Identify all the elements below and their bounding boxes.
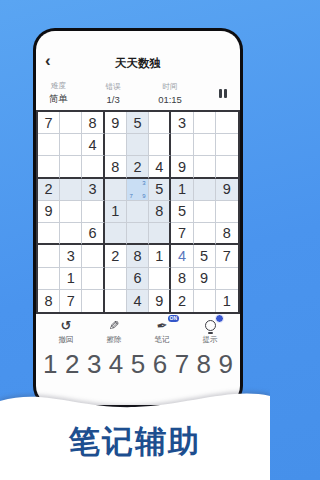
numpad-6[interactable]: 6 (153, 346, 167, 382)
cell-r3c3[interactable] (82, 156, 104, 178)
mistakes-stat: 错误 1/3 (106, 82, 121, 105)
cell-r3c7[interactable]: 9 (171, 156, 193, 178)
note-digit: 7 (128, 193, 134, 199)
cell-r4c5[interactable]: 379 (127, 179, 149, 201)
cell-r7c4[interactable]: 2 (105, 245, 127, 267)
mistakes-label: 错误 (106, 82, 121, 92)
cell-r5c2[interactable] (60, 201, 82, 223)
numpad-8[interactable]: 8 (197, 346, 211, 382)
cell-r6c3[interactable]: 6 (82, 223, 104, 245)
cell-r6c9[interactable]: 8 (216, 223, 238, 245)
numpad-2[interactable]: 2 (65, 346, 79, 382)
difficulty-value: 简单 (49, 93, 68, 106)
pause-icon[interactable] (219, 89, 227, 99)
cell-r4c1[interactable]: 2 (38, 179, 60, 201)
toolbar: ↺ 撤回 ✎ 擦除 ✒ ON 笔记 提示 (36, 318, 240, 345)
cell-r8c8[interactable]: 9 (194, 268, 216, 290)
cell-r3c2[interactable] (60, 156, 82, 178)
stats-row: 难度 简单 错误 1/3 时间 01:15 (36, 81, 240, 106)
number-pad: 123456789 (36, 346, 240, 382)
cell-r3c4[interactable]: 8 (105, 156, 127, 178)
cell-r2c7[interactable] (171, 134, 193, 156)
cell-r6c6[interactable] (149, 223, 171, 245)
cell-r9c8[interactable] (194, 290, 216, 312)
cell-r9c3[interactable] (82, 290, 104, 312)
sudoku-board: 7895348249233795199185678328145716898749… (36, 110, 240, 314)
notes-on-badge: ON (168, 315, 180, 322)
erase-label: 擦除 (96, 335, 132, 345)
cell-r2c5[interactable] (127, 134, 149, 156)
cell-r4c4[interactable] (105, 179, 127, 201)
numpad-7[interactable]: 7 (175, 346, 189, 382)
cell-r4c7[interactable]: 1 (171, 179, 193, 201)
cell-r1c9[interactable] (216, 112, 238, 134)
cell-r2c9[interactable] (216, 134, 238, 156)
cell-r6c1[interactable] (38, 223, 60, 245)
cell-r7c6[interactable]: 1 (149, 245, 171, 267)
cell-r7c7[interactable]: 4 (171, 245, 193, 267)
hint-button[interactable]: 提示 (192, 318, 228, 345)
cell-r8c3[interactable] (82, 268, 104, 290)
cell-r2c8[interactable] (194, 134, 216, 156)
cell-r5c7[interactable]: 5 (171, 201, 193, 223)
cell-r4c9[interactable]: 9 (216, 179, 238, 201)
cell-r1c6[interactable] (149, 112, 171, 134)
cell-r5c4[interactable]: 1 (105, 201, 127, 223)
hint-badge (215, 314, 224, 323)
cell-r4c3[interactable]: 3 (82, 179, 104, 201)
cell-r1c7[interactable]: 3 (171, 112, 193, 134)
cell-r7c2[interactable]: 3 (60, 245, 82, 267)
cell-r8c7[interactable]: 8 (171, 268, 193, 290)
cell-r3c6[interactable]: 4 (149, 156, 171, 178)
cell-r8c9[interactable] (216, 268, 238, 290)
difficulty-label: 难度 (49, 81, 68, 91)
cell-r5c9[interactable] (216, 201, 238, 223)
page-title: 天天数独 (36, 56, 240, 71)
cell-r2c4[interactable] (105, 134, 127, 156)
cell-r6c5[interactable] (127, 223, 149, 245)
cell-r3c1[interactable] (38, 156, 60, 178)
cell-r9c1[interactable]: 8 (38, 290, 60, 312)
cell-r8c6[interactable] (149, 268, 171, 290)
cell-r5c3[interactable] (82, 201, 104, 223)
cell-r8c2[interactable]: 1 (60, 268, 82, 290)
cell-r9c6[interactable]: 9 (149, 290, 171, 312)
cell-r5c6[interactable]: 8 (149, 201, 171, 223)
cell-r9c2[interactable]: 7 (60, 290, 82, 312)
cell-r4c6[interactable]: 5 (149, 179, 171, 201)
cell-r3c8[interactable] (194, 156, 216, 178)
cell-r9c5[interactable]: 4 (127, 290, 149, 312)
cell-r8c4[interactable] (105, 268, 127, 290)
cell-r2c6[interactable] (149, 134, 171, 156)
cell-r1c8[interactable] (194, 112, 216, 134)
cell-r8c5[interactable]: 6 (127, 268, 149, 290)
cell-r6c8[interactable] (194, 223, 216, 245)
cell-r6c2[interactable] (60, 223, 82, 245)
note-digit: 9 (141, 193, 147, 199)
numpad-9[interactable]: 9 (219, 346, 233, 382)
notes-button[interactable]: ✒ ON 笔记 (144, 318, 180, 345)
cell-r1c3[interactable]: 8 (82, 112, 104, 134)
hint-label: 提示 (192, 335, 228, 345)
cell-r4c2[interactable] (60, 179, 82, 201)
cell-r7c5[interactable]: 8 (127, 245, 149, 267)
cell-r6c7[interactable]: 7 (171, 223, 193, 245)
cell-r8c1[interactable] (38, 268, 60, 290)
cell-r4c8[interactable] (194, 179, 216, 201)
time-stat: 时间 01:15 (158, 82, 182, 105)
cell-r5c8[interactable] (194, 201, 216, 223)
erase-button[interactable]: ✎ 擦除 (96, 318, 132, 345)
cell-r2c1[interactable] (38, 134, 60, 156)
cell-r9c7[interactable]: 2 (171, 290, 193, 312)
time-label: 时间 (158, 82, 182, 92)
cell-r1c4[interactable]: 9 (105, 112, 127, 134)
cell-r2c2[interactable] (60, 134, 82, 156)
cell-r9c9[interactable]: 1 (216, 290, 238, 312)
undo-button[interactable]: ↺ 撤回 (48, 318, 84, 345)
time-value: 01:15 (158, 94, 182, 105)
numpad-4[interactable]: 4 (109, 346, 123, 382)
numpad-1[interactable]: 1 (43, 346, 57, 382)
cell-r1c1[interactable]: 7 (38, 112, 60, 134)
app-screen: ‹ 天天数独 难度 简单 错误 1/3 时间 01:15 78953482492… (36, 31, 240, 405)
cell-r2c3[interactable]: 4 (82, 134, 104, 156)
notes-label: 笔记 (144, 335, 180, 345)
cell-r7c9[interactable]: 7 (216, 245, 238, 267)
note-digit: 3 (141, 180, 147, 186)
cell-r7c8[interactable]: 5 (194, 245, 216, 267)
cell-r1c2[interactable] (60, 112, 82, 134)
cell-r7c1[interactable] (38, 245, 60, 267)
cell-r9c4[interactable] (105, 290, 127, 312)
mistakes-value: 1/3 (106, 94, 121, 105)
cell-r6c4[interactable] (105, 223, 127, 245)
cell-r5c1[interactable]: 9 (38, 201, 60, 223)
cell-r1c5[interactable]: 5 (127, 112, 149, 134)
cell-r3c5[interactable]: 2 (127, 156, 149, 178)
cell-r5c5[interactable] (127, 201, 149, 223)
numpad-5[interactable]: 5 (131, 346, 145, 382)
undo-label: 撤回 (48, 335, 84, 345)
difficulty-stat: 难度 简单 (49, 81, 68, 106)
phone-mockup: ‹ 天天数独 难度 简单 错误 1/3 时间 01:15 78953482492… (33, 28, 243, 408)
caption-text: 笔记辅助 (0, 421, 270, 463)
undo-icon: ↺ (48, 318, 84, 333)
cell-r7c3[interactable] (82, 245, 104, 267)
cell-r3c9[interactable] (216, 156, 238, 178)
numpad-3[interactable]: 3 (87, 346, 101, 382)
eraser-icon: ✎ (96, 318, 132, 333)
